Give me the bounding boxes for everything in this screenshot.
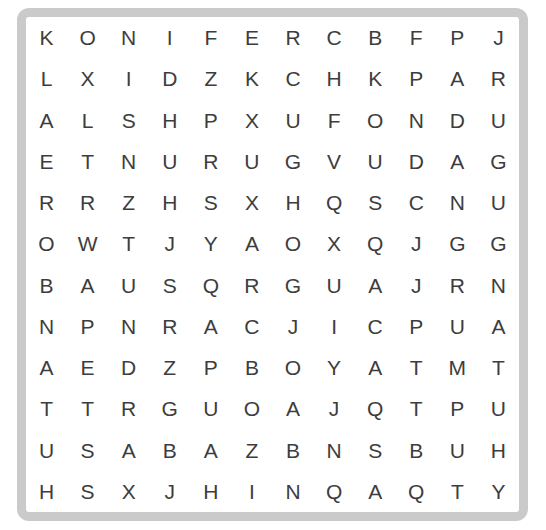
- cell-r5c11[interactable]: N: [437, 182, 478, 223]
- cell-r7c1[interactable]: B: [26, 265, 67, 306]
- cell-r1c3[interactable]: N: [108, 17, 149, 58]
- cell-r6c12[interactable]: G: [478, 223, 519, 264]
- cell-r12c4[interactable]: J: [149, 471, 190, 512]
- cell-r5c4[interactable]: H: [149, 182, 190, 223]
- cell-r1c2[interactable]: O: [67, 17, 108, 58]
- cell-r9c8[interactable]: Y: [314, 347, 355, 388]
- cell-r7c3[interactable]: U: [108, 265, 149, 306]
- cell-r12c10[interactable]: Q: [396, 471, 437, 512]
- cell-r6c1[interactable]: O: [26, 223, 67, 264]
- cell-r2c12[interactable]: R: [478, 58, 519, 99]
- cell-r1c10[interactable]: F: [396, 17, 437, 58]
- cell-r4c6[interactable]: U: [231, 141, 272, 182]
- cell-r4c2[interactable]: T: [67, 141, 108, 182]
- cell-r11c5[interactable]: A: [190, 430, 231, 471]
- cell-r2c7[interactable]: C: [272, 58, 313, 99]
- cell-r9c9[interactable]: A: [355, 347, 396, 388]
- cell-r1c1[interactable]: K: [26, 17, 67, 58]
- cell-r6c4[interactable]: J: [149, 223, 190, 264]
- cell-r3c11[interactable]: D: [437, 100, 478, 141]
- cell-r9c4[interactable]: Z: [149, 347, 190, 388]
- cell-r3c9[interactable]: O: [355, 100, 396, 141]
- cell-r10c6[interactable]: O: [231, 388, 272, 429]
- cell-r4c5[interactable]: R: [190, 141, 231, 182]
- cell-r8c4[interactable]: R: [149, 306, 190, 347]
- cell-r5c5[interactable]: S: [190, 182, 231, 223]
- cell-r12c1[interactable]: H: [26, 471, 67, 512]
- cell-r8c11[interactable]: U: [437, 306, 478, 347]
- cell-r9c12[interactable]: T: [478, 347, 519, 388]
- cell-r12c3[interactable]: X: [108, 471, 149, 512]
- cell-r2c2[interactable]: X: [67, 58, 108, 99]
- cell-r7c2[interactable]: A: [67, 265, 108, 306]
- cell-r6c8[interactable]: X: [314, 223, 355, 264]
- cell-r9c3[interactable]: D: [108, 347, 149, 388]
- cell-r1c6[interactable]: E: [231, 17, 272, 58]
- cell-r4c8[interactable]: V: [314, 141, 355, 182]
- cell-r7c12[interactable]: N: [478, 265, 519, 306]
- cell-r11c9[interactable]: S: [355, 430, 396, 471]
- cell-r10c7[interactable]: A: [272, 388, 313, 429]
- cell-r11c11[interactable]: U: [437, 430, 478, 471]
- cell-r10c5[interactable]: U: [190, 388, 231, 429]
- cell-r7c8[interactable]: U: [314, 265, 355, 306]
- cell-r9c10[interactable]: T: [396, 347, 437, 388]
- cell-r3c7[interactable]: U: [272, 100, 313, 141]
- cell-r1c7[interactable]: R: [272, 17, 313, 58]
- cell-r12c2[interactable]: S: [67, 471, 108, 512]
- cell-r9c6[interactable]: B: [231, 347, 272, 388]
- cell-r12c5[interactable]: H: [190, 471, 231, 512]
- cell-r6c9[interactable]: Q: [355, 223, 396, 264]
- cell-r4c9[interactable]: U: [355, 141, 396, 182]
- cell-r3c1[interactable]: A: [26, 100, 67, 141]
- cell-r7c11[interactable]: R: [437, 265, 478, 306]
- cell-r5c9[interactable]: S: [355, 182, 396, 223]
- cell-r12c6[interactable]: I: [231, 471, 272, 512]
- cell-r3c6[interactable]: X: [231, 100, 272, 141]
- cell-r7c10[interactable]: J: [396, 265, 437, 306]
- cell-r12c7[interactable]: N: [272, 471, 313, 512]
- cell-r9c2[interactable]: E: [67, 347, 108, 388]
- cell-r3c4[interactable]: H: [149, 100, 190, 141]
- cell-r10c9[interactable]: Q: [355, 388, 396, 429]
- cell-r9c7[interactable]: O: [272, 347, 313, 388]
- cell-r6c6[interactable]: A: [231, 223, 272, 264]
- cell-r11c3[interactable]: A: [108, 430, 149, 471]
- cell-r2c1[interactable]: L: [26, 58, 67, 99]
- cell-r11c10[interactable]: B: [396, 430, 437, 471]
- cell-r12c11[interactable]: T: [437, 471, 478, 512]
- cell-r8c1[interactable]: N: [26, 306, 67, 347]
- cell-r5c8[interactable]: Q: [314, 182, 355, 223]
- cell-r7c4[interactable]: S: [149, 265, 190, 306]
- cell-r5c1[interactable]: R: [26, 182, 67, 223]
- word-search-board: KONIFERCBFPJLXIDZKCHKPARALSHPXUFONDUETNU…: [17, 8, 528, 521]
- cell-r12c9[interactable]: A: [355, 471, 396, 512]
- cell-r6c11[interactable]: G: [437, 223, 478, 264]
- cell-r5c3[interactable]: Z: [108, 182, 149, 223]
- cell-r3c5[interactable]: P: [190, 100, 231, 141]
- cell-r2c10[interactable]: P: [396, 58, 437, 99]
- cell-r1c4[interactable]: I: [149, 17, 190, 58]
- cell-r8c5[interactable]: A: [190, 306, 231, 347]
- cell-r7c7[interactable]: G: [272, 265, 313, 306]
- cell-r10c4[interactable]: G: [149, 388, 190, 429]
- cell-r4c4[interactable]: U: [149, 141, 190, 182]
- cell-r7c9[interactable]: A: [355, 265, 396, 306]
- cell-r1c11[interactable]: P: [437, 17, 478, 58]
- cell-r3c12[interactable]: U: [478, 100, 519, 141]
- cell-r11c2[interactable]: S: [67, 430, 108, 471]
- cell-r5c10[interactable]: C: [396, 182, 437, 223]
- cell-r9c5[interactable]: P: [190, 347, 231, 388]
- cell-r12c8[interactable]: Q: [314, 471, 355, 512]
- cell-r7c5[interactable]: Q: [190, 265, 231, 306]
- cell-r8c7[interactable]: J: [272, 306, 313, 347]
- cell-r4c10[interactable]: D: [396, 141, 437, 182]
- cell-r2c5[interactable]: Z: [190, 58, 231, 99]
- cell-r3c2[interactable]: L: [67, 100, 108, 141]
- cell-r9c11[interactable]: M: [437, 347, 478, 388]
- cell-r4c11[interactable]: A: [437, 141, 478, 182]
- cell-r8c6[interactable]: C: [231, 306, 272, 347]
- cell-r12c12[interactable]: Y: [478, 471, 519, 512]
- cell-r2c4[interactable]: D: [149, 58, 190, 99]
- cell-r11c8[interactable]: N: [314, 430, 355, 471]
- cell-r6c7[interactable]: O: [272, 223, 313, 264]
- cell-r5c12[interactable]: U: [478, 182, 519, 223]
- cell-r6c3[interactable]: T: [108, 223, 149, 264]
- cell-r10c1[interactable]: T: [26, 388, 67, 429]
- cell-r8c10[interactable]: P: [396, 306, 437, 347]
- cell-r10c12[interactable]: U: [478, 388, 519, 429]
- cell-r4c1[interactable]: E: [26, 141, 67, 182]
- cell-r8c3[interactable]: N: [108, 306, 149, 347]
- cell-r3c10[interactable]: N: [396, 100, 437, 141]
- cell-r5c6[interactable]: X: [231, 182, 272, 223]
- cell-r2c3[interactable]: I: [108, 58, 149, 99]
- cell-r11c1[interactable]: U: [26, 430, 67, 471]
- cell-r2c8[interactable]: H: [314, 58, 355, 99]
- cell-r11c12[interactable]: H: [478, 430, 519, 471]
- cell-r4c12[interactable]: G: [478, 141, 519, 182]
- cell-r1c9[interactable]: B: [355, 17, 396, 58]
- cell-r5c2[interactable]: R: [67, 182, 108, 223]
- cell-r6c10[interactable]: J: [396, 223, 437, 264]
- cell-r11c4[interactable]: B: [149, 430, 190, 471]
- cell-r8c9[interactable]: C: [355, 306, 396, 347]
- cell-r1c5[interactable]: F: [190, 17, 231, 58]
- cell-r8c12[interactable]: A: [478, 306, 519, 347]
- cell-r2c11[interactable]: A: [437, 58, 478, 99]
- cell-r11c7[interactable]: B: [272, 430, 313, 471]
- cell-r7c6[interactable]: R: [231, 265, 272, 306]
- cell-r2c6[interactable]: K: [231, 58, 272, 99]
- cell-r1c8[interactable]: C: [314, 17, 355, 58]
- cell-r5c7[interactable]: H: [272, 182, 313, 223]
- cell-r2c9[interactable]: K: [355, 58, 396, 99]
- cell-r1c12[interactable]: J: [478, 17, 519, 58]
- cell-r11c6[interactable]: Z: [231, 430, 272, 471]
- cell-r3c8[interactable]: F: [314, 100, 355, 141]
- cell-r6c5[interactable]: Y: [190, 223, 231, 264]
- cell-r8c2[interactable]: P: [67, 306, 108, 347]
- cell-r9c1[interactable]: A: [26, 347, 67, 388]
- cell-r10c3[interactable]: R: [108, 388, 149, 429]
- cell-r10c11[interactable]: P: [437, 388, 478, 429]
- page: KONIFERCBFPJLXIDZKCHKPARALSHPXUFONDUETNU…: [0, 0, 546, 530]
- cell-r3c3[interactable]: S: [108, 100, 149, 141]
- cell-r8c8[interactable]: I: [314, 306, 355, 347]
- cell-r4c3[interactable]: N: [108, 141, 149, 182]
- cell-r10c2[interactable]: T: [67, 388, 108, 429]
- cell-r10c8[interactable]: J: [314, 388, 355, 429]
- cell-r10c10[interactable]: T: [396, 388, 437, 429]
- cell-r6c2[interactable]: W: [67, 223, 108, 264]
- cell-r4c7[interactable]: G: [272, 141, 313, 182]
